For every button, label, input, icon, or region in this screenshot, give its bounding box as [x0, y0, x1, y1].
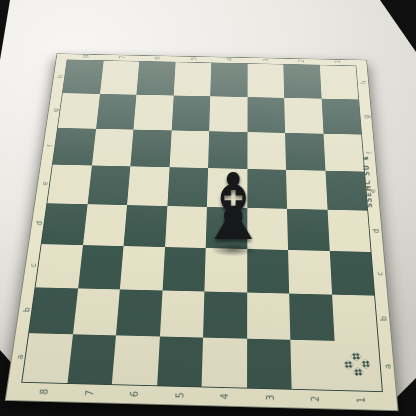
square[interactable]	[116, 289, 162, 336]
square[interactable]	[247, 293, 291, 340]
square[interactable]	[202, 338, 247, 388]
square[interactable]	[283, 65, 321, 99]
square[interactable]	[112, 335, 160, 385]
square[interactable]	[63, 60, 104, 94]
square[interactable]	[284, 98, 323, 134]
square[interactable]	[22, 333, 72, 383]
square[interactable]	[87, 165, 130, 205]
square[interactable]	[247, 339, 292, 389]
square[interactable]	[203, 291, 247, 338]
square[interactable]	[321, 99, 361, 135]
square[interactable]	[96, 94, 137, 130]
square[interactable]	[287, 209, 329, 251]
square[interactable]	[92, 129, 134, 167]
square[interactable]	[210, 63, 247, 97]
corner-emblem-square[interactable]	[334, 341, 382, 391]
square[interactable]	[332, 295, 378, 342]
square[interactable]	[288, 250, 332, 295]
square[interactable]	[285, 133, 325, 171]
square[interactable]	[53, 128, 96, 166]
square[interactable]	[83, 204, 127, 246]
square[interactable]	[47, 165, 91, 205]
square[interactable]	[327, 210, 371, 252]
square[interactable]	[325, 171, 367, 211]
square[interactable]	[124, 205, 167, 247]
square[interactable]	[173, 62, 211, 96]
square[interactable]	[36, 244, 83, 288]
square[interactable]	[29, 287, 78, 334]
square[interactable]	[100, 61, 140, 95]
square[interactable]	[120, 246, 165, 290]
checkered-diamond-logo	[343, 352, 372, 376]
coordinate-label: 1	[332, 54, 342, 66]
square[interactable]	[290, 340, 336, 390]
square[interactable]	[73, 288, 120, 335]
square[interactable]	[78, 245, 124, 289]
square[interactable]	[159, 290, 204, 337]
square[interactable]	[133, 95, 173, 131]
square[interactable]	[289, 294, 334, 341]
square[interactable]	[171, 95, 210, 131]
square[interactable]	[58, 93, 100, 129]
black-bishop[interactable]: ♝	[193, 157, 273, 261]
square[interactable]	[209, 96, 247, 132]
square[interactable]	[127, 166, 169, 206]
square[interactable]	[136, 62, 175, 96]
square[interactable]	[157, 336, 203, 386]
square[interactable]	[247, 97, 285, 133]
square[interactable]	[67, 334, 116, 384]
square[interactable]	[329, 251, 374, 296]
square[interactable]	[42, 203, 88, 245]
square[interactable]	[323, 134, 364, 172]
square[interactable]	[247, 64, 284, 98]
square[interactable]	[286, 170, 327, 210]
photo-scene: 87654321 hgfedcba hgfedcba 87654321 SSEH…	[0, 0, 416, 416]
square[interactable]	[319, 65, 358, 99]
corner-emblem	[343, 352, 372, 380]
square[interactable]	[130, 130, 171, 168]
